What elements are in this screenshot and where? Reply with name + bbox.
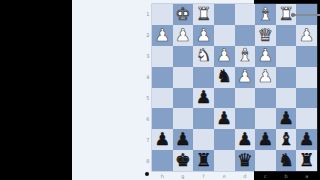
square-d8[interactable]: ♛ (235, 150, 256, 171)
piece-bR-f8: ♜ (196, 151, 212, 169)
piece-bR-a8: ♜ (299, 151, 315, 169)
square-g5[interactable] (173, 88, 194, 109)
last-move-arrow-head (291, 13, 295, 17)
square-g8[interactable]: ♚ (173, 150, 194, 171)
square-b8[interactable]: ♞ (276, 150, 297, 171)
file-label-f: f (193, 171, 214, 180)
square-h8[interactable] (152, 150, 173, 171)
piece-wN-f3: ♞ (196, 47, 212, 65)
board: ♚♜♝♜♟♟♟♛♟♞♟♝♟♞♟♟♟♟♟♟♟♟♟♝♟♚♜♛♞♜ (152, 4, 317, 171)
file-label-a: a (296, 171, 317, 180)
square-f4[interactable] (193, 67, 214, 88)
square-d3[interactable]: ♝ (235, 46, 256, 67)
square-e6[interactable]: ♟ (214, 108, 235, 129)
rank-label-4: 4 (143, 67, 151, 88)
side-to-move-dot (145, 172, 150, 177)
rank-label-3: 3 (143, 46, 151, 67)
square-a2[interactable]: ♟ (296, 25, 317, 46)
square-b3[interactable] (276, 46, 297, 67)
square-c1[interactable]: ♝ (255, 4, 276, 25)
rank-labels: 12345678 (143, 4, 151, 171)
square-h4[interactable] (152, 67, 173, 88)
square-h2[interactable]: ♟ (152, 25, 173, 46)
diagram-area: 12345678 ♚♜♝♜♟♟♟♛♟♞♟♝♟♞♟♟♟♟♟♟♟♟♟♝♟♚♜♛♞♜ … (72, 0, 254, 180)
square-g2[interactable]: ♟ (173, 25, 194, 46)
square-b4[interactable] (276, 67, 297, 88)
piece-wB-d3: ♝ (237, 47, 253, 65)
square-g7[interactable]: ♟ (173, 129, 194, 150)
file-label-b: b (276, 171, 297, 180)
square-c4[interactable]: ♟ (255, 67, 276, 88)
rank-label-1: 1 (143, 4, 151, 25)
square-c2[interactable]: ♛ (255, 25, 276, 46)
square-b7[interactable]: ♝ (276, 129, 297, 150)
piece-bP-f5: ♟ (196, 89, 212, 107)
file-labels: hgfedcba (152, 171, 317, 180)
piece-wP-c4: ♟ (258, 68, 274, 86)
square-d6[interactable] (235, 108, 256, 129)
square-d1[interactable] (235, 4, 256, 25)
piece-wP-d4: ♟ (237, 68, 253, 86)
last-move-arrow (293, 14, 320, 16)
rank-label-5: 5 (143, 88, 151, 109)
square-f2[interactable]: ♟ (193, 25, 214, 46)
piece-bP-d7: ♟ (237, 130, 253, 148)
piece-bP-h7: ♟ (154, 130, 170, 148)
square-a8[interactable]: ♜ (296, 150, 317, 171)
square-b6[interactable]: ♟ (276, 108, 297, 129)
square-a4[interactable] (296, 67, 317, 88)
file-label-h: h (152, 171, 173, 180)
square-g6[interactable] (173, 108, 194, 129)
piece-bN-b8: ♞ (278, 151, 294, 169)
square-f7[interactable] (193, 129, 214, 150)
piece-wP-g2: ♟ (175, 26, 191, 44)
piece-wR-f1: ♜ (196, 5, 212, 23)
square-h5[interactable] (152, 88, 173, 109)
piece-wK-g1: ♚ (175, 5, 191, 23)
square-c8[interactable] (255, 150, 276, 171)
square-a5[interactable] (296, 88, 317, 109)
piece-wP-e3: ♟ (216, 47, 232, 65)
square-e7[interactable] (214, 129, 235, 150)
file-label-g: g (173, 171, 194, 180)
square-a3[interactable] (296, 46, 317, 67)
square-c5[interactable] (255, 88, 276, 109)
piece-wQ-c2: ♛ (258, 26, 274, 44)
piece-wP-c3: ♟ (258, 47, 274, 65)
square-d2[interactable] (235, 25, 256, 46)
square-g1[interactable]: ♚ (173, 4, 194, 25)
square-b2[interactable] (276, 25, 297, 46)
piece-bP-a7: ♟ (299, 130, 315, 148)
square-f6[interactable] (193, 108, 214, 129)
square-e5[interactable] (214, 88, 235, 109)
square-e8[interactable] (214, 150, 235, 171)
piece-bB-b7: ♝ (278, 130, 294, 148)
square-c6[interactable] (255, 108, 276, 129)
piece-bP-e6: ♟ (216, 110, 232, 128)
square-e1[interactable] (214, 4, 235, 25)
rank-label-8: 8 (143, 150, 151, 171)
piece-wB-c1: ♝ (258, 5, 274, 23)
square-f1[interactable]: ♜ (193, 4, 214, 25)
square-h3[interactable] (152, 46, 173, 67)
piece-bK-g8: ♚ (175, 151, 191, 169)
square-e4[interactable]: ♞ (214, 67, 235, 88)
piece-bN-e4: ♞ (216, 68, 232, 86)
file-label-d: d (235, 171, 256, 180)
square-f3[interactable]: ♞ (193, 46, 214, 67)
piece-wP-a2: ♟ (299, 26, 315, 44)
rank-label-7: 7 (143, 129, 151, 150)
square-c7[interactable]: ♟ (255, 129, 276, 150)
square-d5[interactable] (235, 88, 256, 109)
rank-label-2: 2 (143, 25, 151, 46)
file-label-c: c (255, 171, 276, 180)
square-b5[interactable] (276, 88, 297, 109)
square-f5[interactable]: ♟ (193, 88, 214, 109)
square-g3[interactable] (173, 46, 194, 67)
square-h6[interactable] (152, 108, 173, 129)
square-e3[interactable]: ♟ (214, 46, 235, 67)
piece-bP-g7: ♟ (175, 130, 191, 148)
square-d7[interactable]: ♟ (235, 129, 256, 150)
square-h7[interactable]: ♟ (152, 129, 173, 150)
piece-bP-c7: ♟ (258, 130, 274, 148)
letterbox-left (0, 0, 72, 180)
square-d4[interactable]: ♟ (235, 67, 256, 88)
rank-label-6: 6 (143, 108, 151, 129)
square-h1[interactable] (152, 4, 173, 25)
square-c3[interactable]: ♟ (255, 46, 276, 67)
piece-wP-h2: ♟ (154, 26, 170, 44)
piece-bQ-d8: ♛ (237, 151, 253, 169)
piece-wP-f2: ♟ (196, 26, 212, 44)
square-a6[interactable] (296, 108, 317, 129)
file-label-e: e (214, 171, 235, 180)
square-e2[interactable] (214, 25, 235, 46)
piece-bP-b6: ♟ (278, 110, 294, 128)
square-f8[interactable]: ♜ (193, 150, 214, 171)
square-a7[interactable]: ♟ (296, 129, 317, 150)
square-g4[interactable] (173, 67, 194, 88)
